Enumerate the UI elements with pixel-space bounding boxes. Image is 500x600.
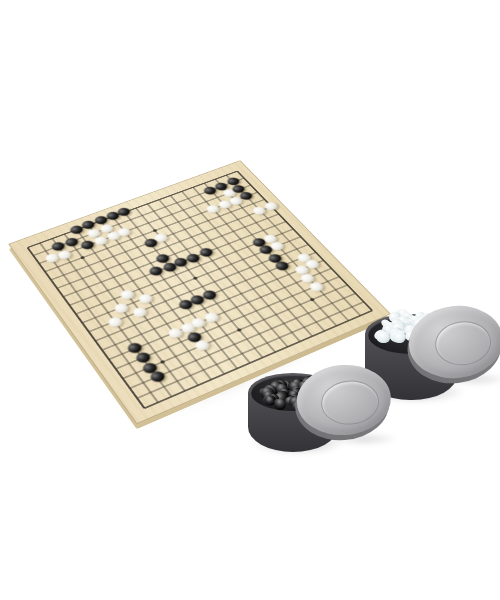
black-bowl-lid[interactable] bbox=[295, 362, 394, 442]
go-set-product-photo bbox=[0, 0, 500, 600]
white-bowl-lid[interactable] bbox=[405, 301, 500, 384]
